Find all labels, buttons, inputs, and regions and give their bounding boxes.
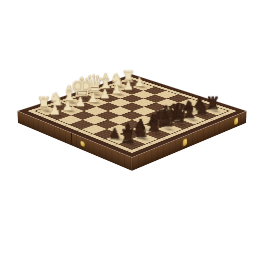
brass-clasp (234, 117, 238, 125)
brass-clasp (183, 138, 187, 147)
fold-seam-edge (71, 133, 72, 146)
product-photo-scene: ♜♟♞♟♝♟♛♟♚♟♝♟♟♞♜♟♟♜♞♟♟♝♟♛♟♚♟♝♟♞♟♜ (0, 0, 265, 265)
brass-clasp (80, 140, 84, 147)
chess-board: ♜♟♞♟♝♟♛♟♚♟♝♟♟♞♜♟♟♜♞♟♟♝♟♛♟♚♟♝♟♞♟♜ (17, 74, 246, 157)
piece-shadow (136, 126, 152, 132)
